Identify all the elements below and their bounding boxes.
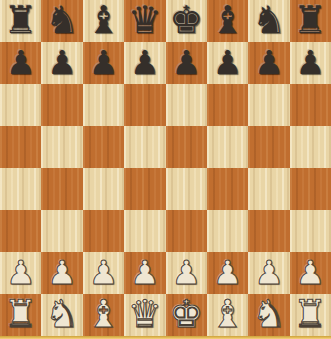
square-a3[interactable]: [0, 210, 41, 252]
piece-white-pawn: ♟: [89, 252, 119, 294]
square-h2[interactable]: ♟: [290, 252, 331, 294]
piece-white-pawn: ♟: [213, 252, 243, 294]
square-a5[interactable]: [0, 126, 41, 168]
square-a6[interactable]: [0, 84, 41, 126]
square-a2[interactable]: ♟: [0, 252, 41, 294]
piece-white-bishop: ♝: [86, 294, 120, 335]
square-c1[interactable]: ♝: [83, 294, 124, 336]
piece-black-pawn: ♟: [47, 42, 77, 84]
square-d4[interactable]: [124, 168, 165, 210]
square-h1[interactable]: ♜: [290, 294, 331, 336]
piece-black-pawn: ♟: [171, 42, 201, 84]
square-e1[interactable]: ♚: [166, 294, 207, 336]
square-g4[interactable]: [248, 168, 289, 210]
piece-white-pawn: ♟: [296, 252, 326, 294]
piece-white-pawn: ♟: [171, 252, 201, 294]
square-h3[interactable]: [290, 210, 331, 252]
piece-black-pawn: ♟: [296, 42, 326, 84]
piece-black-pawn: ♟: [130, 42, 160, 84]
square-e5[interactable]: [166, 126, 207, 168]
piece-black-pawn: ♟: [213, 42, 243, 84]
square-a8[interactable]: ♜: [0, 0, 41, 42]
piece-black-bishop: ♝: [86, 0, 120, 41]
chess-board: ♜♞♝♛♚♝♞♜♟♟♟♟♟♟♟♟♟♟♟♟♟♟♟♟♜♞♝♛♚♝♞♜: [0, 0, 331, 336]
square-b5[interactable]: [41, 126, 82, 168]
square-f8[interactable]: ♝: [207, 0, 248, 42]
piece-black-pawn: ♟: [254, 42, 284, 84]
piece-black-knight: ♞: [45, 0, 79, 41]
piece-white-bishop: ♝: [211, 294, 245, 335]
square-c4[interactable]: [83, 168, 124, 210]
square-d8[interactable]: ♛: [124, 0, 165, 42]
square-f4[interactable]: [207, 168, 248, 210]
square-f6[interactable]: [207, 84, 248, 126]
square-b3[interactable]: [41, 210, 82, 252]
square-c5[interactable]: [83, 126, 124, 168]
square-g8[interactable]: ♞: [248, 0, 289, 42]
square-h7[interactable]: ♟: [290, 42, 331, 84]
square-d1[interactable]: ♛: [124, 294, 165, 336]
square-d3[interactable]: [124, 210, 165, 252]
square-a4[interactable]: [0, 168, 41, 210]
square-g6[interactable]: [248, 84, 289, 126]
square-b7[interactable]: ♟: [41, 42, 82, 84]
square-a7[interactable]: ♟: [0, 42, 41, 84]
square-c8[interactable]: ♝: [83, 0, 124, 42]
square-f1[interactable]: ♝: [207, 294, 248, 336]
piece-black-knight: ♞: [252, 0, 286, 41]
piece-black-rook: ♜: [293, 0, 327, 41]
piece-black-rook: ♜: [4, 0, 38, 41]
square-h4[interactable]: [290, 168, 331, 210]
piece-black-pawn: ♟: [6, 42, 36, 84]
square-f5[interactable]: [207, 126, 248, 168]
piece-black-pawn: ♟: [89, 42, 119, 84]
square-e7[interactable]: ♟: [166, 42, 207, 84]
square-e4[interactable]: [166, 168, 207, 210]
square-b2[interactable]: ♟: [41, 252, 82, 294]
piece-white-pawn: ♟: [47, 252, 77, 294]
square-g7[interactable]: ♟: [248, 42, 289, 84]
piece-white-pawn: ♟: [6, 252, 36, 294]
square-d6[interactable]: [124, 84, 165, 126]
piece-white-pawn: ♟: [254, 252, 284, 294]
square-g3[interactable]: [248, 210, 289, 252]
square-d7[interactable]: ♟: [124, 42, 165, 84]
square-g1[interactable]: ♞: [248, 294, 289, 336]
square-c6[interactable]: [83, 84, 124, 126]
piece-white-king: ♚: [169, 294, 203, 335]
square-b6[interactable]: [41, 84, 82, 126]
piece-black-queen: ♛: [128, 0, 162, 41]
square-b4[interactable]: [41, 168, 82, 210]
square-d5[interactable]: [124, 126, 165, 168]
square-e8[interactable]: ♚: [166, 0, 207, 42]
square-d2[interactable]: ♟: [124, 252, 165, 294]
chess-app-window: ♜♞♝♛♚♝♞♜♟♟♟♟♟♟♟♟♟♟♟♟♟♟♟♟♜♞♝♛♚♝♞♜: [0, 0, 331, 339]
square-h5[interactable]: [290, 126, 331, 168]
square-f3[interactable]: [207, 210, 248, 252]
piece-white-knight: ♞: [252, 294, 286, 335]
square-h8[interactable]: ♜: [290, 0, 331, 42]
piece-black-king: ♚: [169, 0, 203, 41]
square-f2[interactable]: ♟: [207, 252, 248, 294]
square-b8[interactable]: ♞: [41, 0, 82, 42]
square-c2[interactable]: ♟: [83, 252, 124, 294]
square-g5[interactable]: [248, 126, 289, 168]
square-e2[interactable]: ♟: [166, 252, 207, 294]
piece-white-rook: ♜: [293, 294, 327, 335]
square-a1[interactable]: ♜: [0, 294, 41, 336]
piece-white-pawn: ♟: [130, 252, 160, 294]
square-h6[interactable]: [290, 84, 331, 126]
piece-white-rook: ♜: [4, 294, 38, 335]
square-b1[interactable]: ♞: [41, 294, 82, 336]
square-e3[interactable]: [166, 210, 207, 252]
piece-black-bishop: ♝: [211, 0, 245, 41]
square-c3[interactable]: [83, 210, 124, 252]
square-e6[interactable]: [166, 84, 207, 126]
piece-white-knight: ♞: [45, 294, 79, 335]
piece-white-queen: ♛: [128, 294, 162, 335]
square-c7[interactable]: ♟: [83, 42, 124, 84]
square-g2[interactable]: ♟: [248, 252, 289, 294]
square-f7[interactable]: ♟: [207, 42, 248, 84]
